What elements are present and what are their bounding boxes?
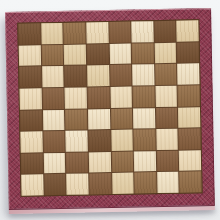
square-r4c6[interactable] bbox=[133, 86, 155, 107]
square-r4c5[interactable] bbox=[110, 86, 132, 107]
square-r7c7[interactable] bbox=[157, 150, 179, 171]
square-r1c1[interactable] bbox=[18, 23, 40, 44]
square-r7c4[interactable] bbox=[89, 152, 111, 173]
square-r8c1[interactable] bbox=[21, 175, 43, 196]
square-r6c7[interactable] bbox=[156, 129, 178, 150]
square-r6c5[interactable] bbox=[111, 130, 133, 151]
square-r1c6[interactable] bbox=[131, 21, 153, 42]
square-r4c3[interactable] bbox=[65, 87, 87, 108]
square-r1c2[interactable] bbox=[41, 23, 63, 44]
square-r7c1[interactable] bbox=[21, 153, 43, 174]
square-r2c7[interactable] bbox=[154, 42, 176, 63]
square-r2c3[interactable] bbox=[64, 44, 86, 65]
square-r6c8[interactable] bbox=[179, 128, 201, 149]
square-r6c6[interactable] bbox=[133, 129, 155, 150]
square-r5c2[interactable] bbox=[43, 109, 65, 130]
square-r8c6[interactable] bbox=[134, 173, 156, 194]
square-r1c3[interactable] bbox=[64, 22, 86, 43]
square-r3c8[interactable] bbox=[177, 64, 199, 85]
square-r2c8[interactable] bbox=[177, 42, 199, 63]
square-r7c8[interactable] bbox=[179, 150, 201, 171]
square-r8c5[interactable] bbox=[112, 173, 134, 194]
square-r3c3[interactable] bbox=[64, 66, 86, 87]
square-r3c1[interactable] bbox=[19, 67, 41, 88]
chess-board bbox=[5, 8, 215, 214]
square-r2c1[interactable] bbox=[19, 45, 41, 66]
square-r6c1[interactable] bbox=[20, 131, 42, 152]
square-r5c5[interactable] bbox=[110, 108, 132, 129]
square-r5c3[interactable] bbox=[65, 109, 87, 130]
photo-background bbox=[0, 0, 220, 220]
square-r4c2[interactable] bbox=[42, 88, 64, 109]
square-r3c6[interactable] bbox=[132, 64, 154, 85]
square-r7c2[interactable] bbox=[43, 153, 65, 174]
square-r5c7[interactable] bbox=[156, 107, 178, 128]
square-r5c8[interactable] bbox=[178, 107, 200, 128]
square-r6c2[interactable] bbox=[43, 131, 65, 152]
square-r5c6[interactable] bbox=[133, 108, 155, 129]
square-r2c4[interactable] bbox=[87, 44, 109, 65]
square-r7c3[interactable] bbox=[66, 152, 88, 173]
square-r1c5[interactable] bbox=[109, 22, 131, 43]
square-r8c4[interactable] bbox=[89, 173, 111, 194]
square-r1c4[interactable] bbox=[86, 22, 108, 43]
square-r3c2[interactable] bbox=[42, 66, 64, 87]
square-r1c7[interactable] bbox=[154, 21, 176, 42]
square-r4c8[interactable] bbox=[178, 85, 200, 106]
board-grid bbox=[17, 19, 202, 196]
square-r3c4[interactable] bbox=[87, 65, 109, 86]
square-r3c7[interactable] bbox=[155, 64, 177, 85]
square-r2c2[interactable] bbox=[41, 45, 63, 66]
square-r8c3[interactable] bbox=[66, 174, 88, 195]
square-r8c8[interactable] bbox=[180, 172, 202, 193]
square-r1c8[interactable] bbox=[177, 20, 199, 41]
square-r5c1[interactable] bbox=[20, 110, 42, 131]
square-r3c5[interactable] bbox=[110, 65, 132, 86]
square-r6c4[interactable] bbox=[88, 130, 110, 151]
square-r7c5[interactable] bbox=[111, 151, 133, 172]
board-frame bbox=[5, 8, 215, 209]
square-r8c7[interactable] bbox=[157, 172, 179, 193]
square-r7c6[interactable] bbox=[134, 151, 156, 172]
square-r4c4[interactable] bbox=[87, 87, 109, 108]
square-r6c3[interactable] bbox=[66, 131, 88, 152]
square-r5c4[interactable] bbox=[88, 109, 110, 130]
square-r2c6[interactable] bbox=[132, 43, 154, 64]
square-r4c1[interactable] bbox=[20, 88, 42, 109]
square-r4c7[interactable] bbox=[155, 86, 177, 107]
square-r8c2[interactable] bbox=[44, 174, 66, 195]
square-r2c5[interactable] bbox=[109, 43, 131, 64]
